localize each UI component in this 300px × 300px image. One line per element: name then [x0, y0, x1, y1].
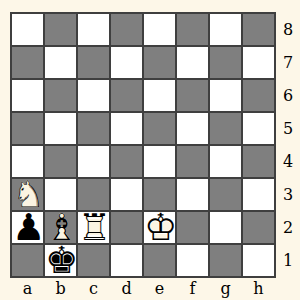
file-label-b: b — [45, 280, 76, 298]
white-knight-a3[interactable]: ♞♘ — [12, 179, 43, 210]
white-piece-fill-glyph: ♝ — [45, 212, 78, 243]
chess-diagram: ♞♘♟♝♗♜♖♚♔♚ abcdefgh 87654321 — [0, 0, 300, 300]
square-f2[interactable] — [177, 212, 208, 243]
white-piece-outline-glyph: ♔ — [144, 212, 177, 243]
square-g8[interactable] — [210, 14, 241, 45]
square-f8[interactable] — [177, 14, 208, 45]
square-a8[interactable] — [12, 14, 43, 45]
square-e8[interactable] — [144, 14, 175, 45]
rank-label-1: 1 — [280, 245, 296, 276]
file-label-g: g — [210, 280, 241, 298]
square-h2[interactable] — [243, 212, 274, 243]
black-piece-glyph: ♟ — [12, 212, 45, 243]
file-label-a: a — [12, 280, 43, 298]
square-a6[interactable] — [12, 80, 43, 111]
square-g6[interactable] — [210, 80, 241, 111]
white-piece-outline-glyph: ♘ — [12, 179, 45, 210]
square-b7[interactable] — [45, 47, 76, 78]
file-label-f: f — [177, 280, 208, 298]
square-h7[interactable] — [243, 47, 274, 78]
square-c1[interactable] — [78, 245, 109, 276]
rank-labels: 87654321 — [280, 14, 296, 276]
square-g7[interactable] — [210, 47, 241, 78]
square-d1[interactable] — [111, 245, 142, 276]
chess-board: ♞♘♟♝♗♜♖♚♔♚ — [10, 12, 276, 278]
square-d6[interactable] — [111, 80, 142, 111]
file-label-d: d — [111, 280, 142, 298]
square-h8[interactable] — [243, 14, 274, 45]
square-d3[interactable] — [111, 179, 142, 210]
white-piece-outline-glyph: ♗ — [45, 212, 78, 243]
square-g4[interactable] — [210, 146, 241, 177]
square-d7[interactable] — [111, 47, 142, 78]
white-bishop-b2[interactable]: ♝♗ — [45, 212, 76, 243]
square-g1[interactable] — [210, 245, 241, 276]
white-piece-fill-glyph: ♚ — [144, 212, 177, 243]
rank-label-3: 3 — [280, 179, 296, 210]
square-c3[interactable] — [78, 179, 109, 210]
square-d8[interactable] — [111, 14, 142, 45]
square-a4[interactable] — [12, 146, 43, 177]
square-f7[interactable] — [177, 47, 208, 78]
square-b4[interactable] — [45, 146, 76, 177]
square-d4[interactable] — [111, 146, 142, 177]
white-piece-outline-glyph: ♖ — [78, 212, 111, 243]
square-f5[interactable] — [177, 113, 208, 144]
square-h5[interactable] — [243, 113, 274, 144]
black-pawn-a2[interactable]: ♟ — [12, 212, 43, 243]
rank-label-2: 2 — [280, 212, 296, 243]
square-h1[interactable] — [243, 245, 274, 276]
square-c7[interactable] — [78, 47, 109, 78]
black-king-b1[interactable]: ♚ — [45, 245, 76, 276]
square-g3[interactable] — [210, 179, 241, 210]
black-piece-glyph: ♚ — [45, 245, 78, 276]
square-h3[interactable] — [243, 179, 274, 210]
square-e1[interactable] — [144, 245, 175, 276]
square-f4[interactable] — [177, 146, 208, 177]
square-g2[interactable] — [210, 212, 241, 243]
white-king-e2[interactable]: ♚♔ — [144, 212, 175, 243]
white-piece-fill-glyph: ♜ — [78, 212, 111, 243]
rank-label-5: 5 — [280, 113, 296, 144]
square-d5[interactable] — [111, 113, 142, 144]
rank-label-7: 7 — [280, 47, 296, 78]
square-e7[interactable] — [144, 47, 175, 78]
square-c5[interactable] — [78, 113, 109, 144]
square-e2[interactable]: ♚♔ — [144, 212, 175, 243]
square-g5[interactable] — [210, 113, 241, 144]
square-c8[interactable] — [78, 14, 109, 45]
square-a2[interactable]: ♟ — [12, 212, 43, 243]
file-label-e: e — [144, 280, 175, 298]
square-a3[interactable]: ♞♘ — [12, 179, 43, 210]
square-e3[interactable] — [144, 179, 175, 210]
square-a1[interactable] — [12, 245, 43, 276]
square-f1[interactable] — [177, 245, 208, 276]
square-e6[interactable] — [144, 80, 175, 111]
square-b2[interactable]: ♝♗ — [45, 212, 76, 243]
square-a5[interactable] — [12, 113, 43, 144]
square-b8[interactable] — [45, 14, 76, 45]
square-e4[interactable] — [144, 146, 175, 177]
file-labels: abcdefgh — [12, 280, 274, 298]
square-b1[interactable]: ♚ — [45, 245, 76, 276]
square-f3[interactable] — [177, 179, 208, 210]
rank-label-4: 4 — [280, 146, 296, 177]
square-d2[interactable] — [111, 212, 142, 243]
file-label-c: c — [78, 280, 109, 298]
square-f6[interactable] — [177, 80, 208, 111]
square-e5[interactable] — [144, 113, 175, 144]
white-piece-fill-glyph: ♞ — [12, 179, 45, 210]
square-b3[interactable] — [45, 179, 76, 210]
square-c2[interactable]: ♜♖ — [78, 212, 109, 243]
rank-label-8: 8 — [280, 14, 296, 45]
square-a7[interactable] — [12, 47, 43, 78]
white-rook-c2[interactable]: ♜♖ — [78, 212, 109, 243]
square-b6[interactable] — [45, 80, 76, 111]
square-c6[interactable] — [78, 80, 109, 111]
square-c4[interactable] — [78, 146, 109, 177]
square-h4[interactable] — [243, 146, 274, 177]
square-b5[interactable] — [45, 113, 76, 144]
file-label-h: h — [243, 280, 274, 298]
rank-label-6: 6 — [280, 80, 296, 111]
square-h6[interactable] — [243, 80, 274, 111]
